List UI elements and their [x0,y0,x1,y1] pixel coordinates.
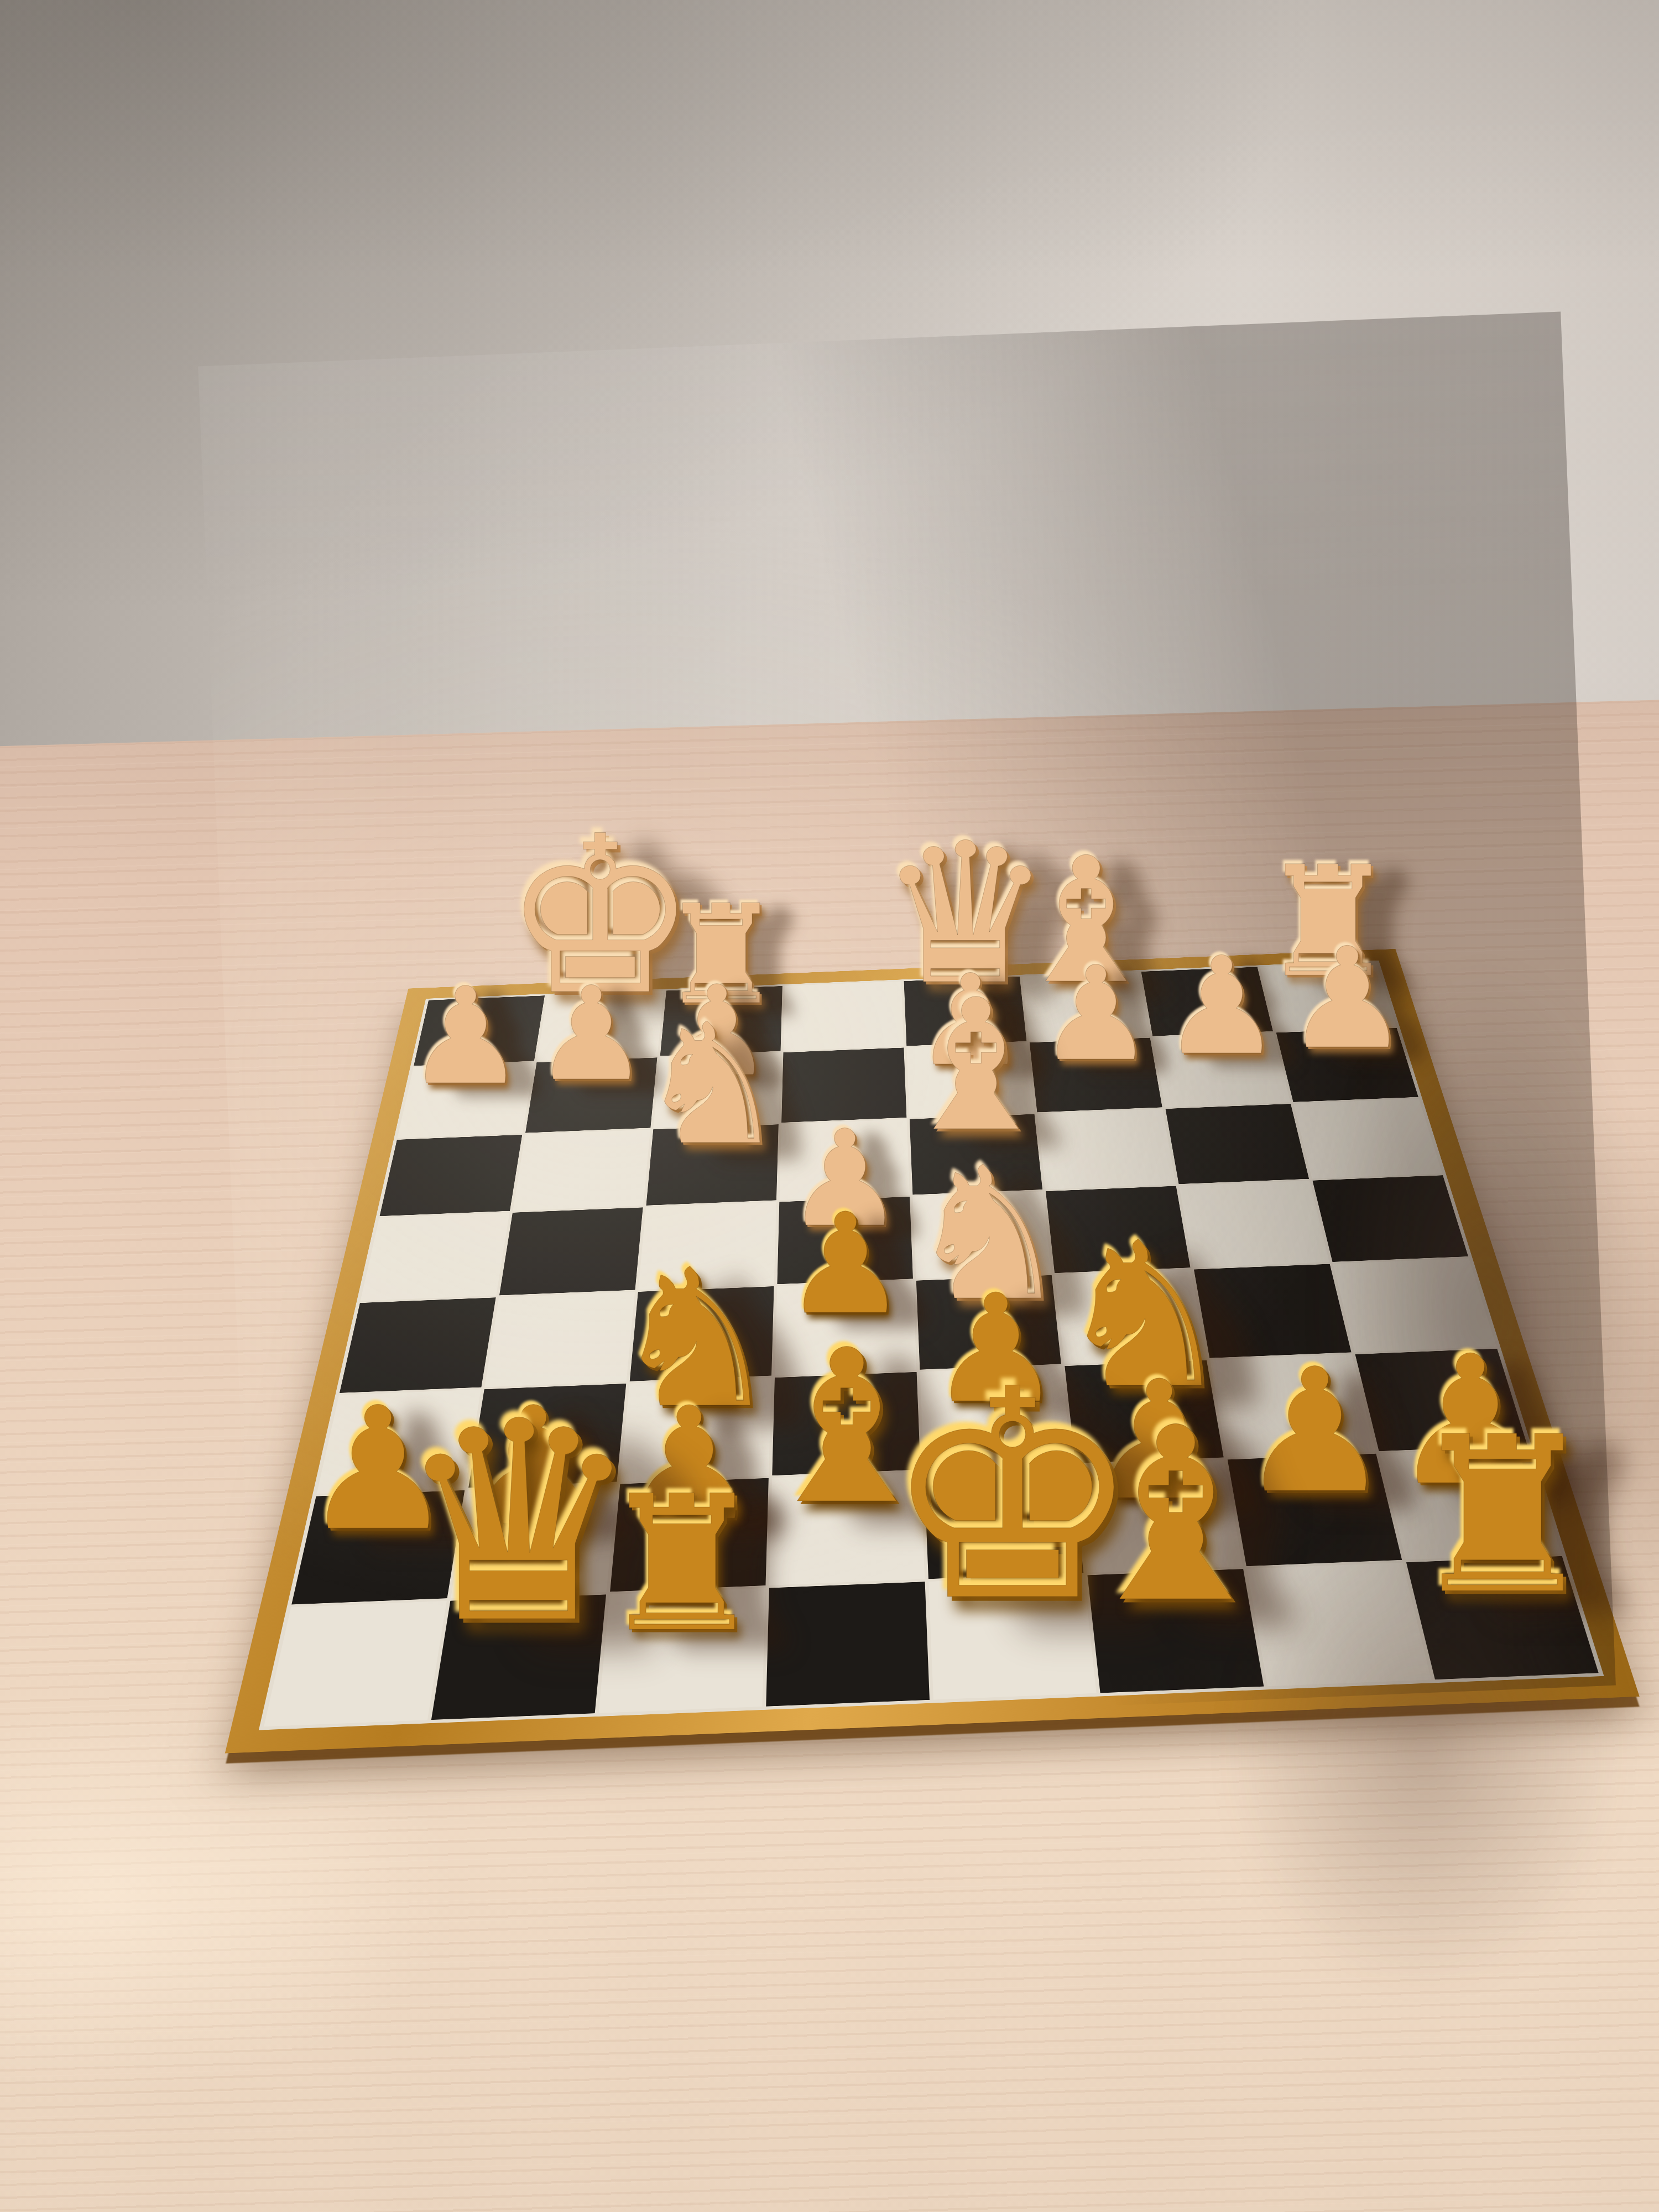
black-rook[interactable]: ♜ [1406,1408,1599,1624]
white-knight[interactable]: ♞ [638,1001,787,1168]
black-rook[interactable]: ♜ [598,1472,766,1658]
white-pawn[interactable]: ♟ [406,970,526,1104]
black-bishop[interactable]: ♝ [1068,1396,1284,1636]
board-square[interactable] [361,1213,510,1301]
white-pawn[interactable]: ♟ [533,970,649,1099]
white-pawn[interactable]: ♟ [1161,939,1282,1073]
board-square[interactable] [513,1129,650,1211]
board-square[interactable] [380,1135,523,1216]
white-pawn[interactable]: ♟ [1285,929,1410,1068]
photo-scene: ♚♜♛♝♜♟♟♟♟♟♟♟♞♝♟♟♞♞♟♞♟♟♟♝♟♟♟♛♜♚♝♜ [0,0,1659,2212]
